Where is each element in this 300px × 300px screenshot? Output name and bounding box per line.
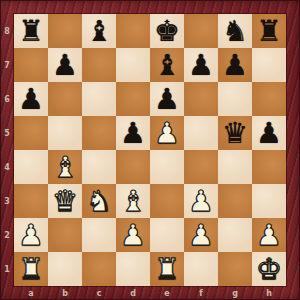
- file-label-f: f: [184, 286, 218, 300]
- piece-white-rook[interactable]: ♜: [154, 252, 180, 286]
- square-c1[interactable]: [82, 252, 116, 286]
- square-d6[interactable]: [116, 82, 150, 116]
- rank-label-3: 3: [0, 184, 14, 218]
- square-g3[interactable]: [218, 184, 252, 218]
- square-h2[interactable]: ♟: [252, 218, 286, 252]
- square-b6[interactable]: [48, 82, 82, 116]
- square-h7[interactable]: [252, 48, 286, 82]
- rank-label-1: 1: [0, 252, 14, 286]
- square-h1[interactable]: ♚: [252, 252, 286, 286]
- square-a3[interactable]: [14, 184, 48, 218]
- square-b7[interactable]: ♟: [48, 48, 82, 82]
- rank-label-8: 8: [0, 14, 14, 48]
- file-label-g: g: [218, 286, 252, 300]
- square-g7[interactable]: ♟: [218, 48, 252, 82]
- square-c5[interactable]: [82, 116, 116, 150]
- file-label-b: b: [48, 286, 82, 300]
- square-b5[interactable]: [48, 116, 82, 150]
- square-f4[interactable]: [184, 150, 218, 184]
- file-label-d: d: [116, 286, 150, 300]
- piece-black-pawn[interactable]: ♟: [18, 82, 44, 116]
- piece-white-king[interactable]: ♚: [256, 252, 282, 286]
- square-f5[interactable]: [184, 116, 218, 150]
- piece-black-pawn[interactable]: ♟: [52, 48, 78, 82]
- square-h6[interactable]: [252, 82, 286, 116]
- piece-white-pawn[interactable]: ♟: [188, 218, 214, 252]
- piece-white-queen[interactable]: ♛: [52, 184, 78, 218]
- piece-white-bishop[interactable]: ♝: [120, 184, 146, 218]
- piece-white-pawn[interactable]: ♟: [120, 218, 146, 252]
- square-g4[interactable]: [218, 150, 252, 184]
- rank-label-5: 5: [0, 116, 14, 150]
- square-g8[interactable]: ♞: [218, 14, 252, 48]
- square-a6[interactable]: ♟: [14, 82, 48, 116]
- piece-black-rook[interactable]: ♜: [256, 14, 282, 48]
- square-g6[interactable]: [218, 82, 252, 116]
- square-b3[interactable]: ♛: [48, 184, 82, 218]
- square-d5[interactable]: ♟: [116, 116, 150, 150]
- piece-black-queen[interactable]: ♛: [222, 116, 248, 150]
- square-b1[interactable]: [48, 252, 82, 286]
- chess-board: ♜♝♚♞♜♟♝♟♟♟♟♟♟♛♟♝♛♞♝♟♟♟♟♟♜♜♚: [14, 14, 286, 286]
- square-e6[interactable]: ♟: [150, 82, 184, 116]
- rank-label-2: 2: [0, 218, 14, 252]
- square-f3[interactable]: ♟: [184, 184, 218, 218]
- file-label-e: e: [150, 286, 184, 300]
- square-d3[interactable]: ♝: [116, 184, 150, 218]
- piece-white-pawn[interactable]: ♟: [154, 116, 180, 150]
- square-c6[interactable]: [82, 82, 116, 116]
- piece-black-bishop[interactable]: ♝: [154, 48, 180, 82]
- square-e4[interactable]: [150, 150, 184, 184]
- piece-black-rook[interactable]: ♜: [18, 14, 44, 48]
- piece-black-knight[interactable]: ♞: [222, 14, 248, 48]
- file-label-h: h: [252, 286, 286, 300]
- piece-white-pawn[interactable]: ♟: [256, 218, 282, 252]
- square-c8[interactable]: ♝: [82, 14, 116, 48]
- square-a2[interactable]: ♟: [14, 218, 48, 252]
- chess-board-frame: 87654321 ♜♝♚♞♜♟♝♟♟♟♟♟♟♛♟♝♛♞♝♟♟♟♟♟♜♜♚ abc…: [0, 0, 300, 300]
- square-f2[interactable]: ♟: [184, 218, 218, 252]
- piece-white-rook[interactable]: ♜: [18, 252, 44, 286]
- square-h5[interactable]: ♟: [252, 116, 286, 150]
- piece-black-pawn[interactable]: ♟: [120, 116, 146, 150]
- square-a1[interactable]: ♜: [14, 252, 48, 286]
- square-e2[interactable]: [150, 218, 184, 252]
- rank-labels: 87654321: [0, 14, 14, 286]
- square-f6[interactable]: [184, 82, 218, 116]
- square-e8[interactable]: ♚: [150, 14, 184, 48]
- file-label-c: c: [82, 286, 116, 300]
- square-h4[interactable]: [252, 150, 286, 184]
- piece-black-bishop[interactable]: ♝: [86, 14, 112, 48]
- piece-white-pawn[interactable]: ♟: [18, 218, 44, 252]
- square-b8[interactable]: [48, 14, 82, 48]
- square-f7[interactable]: ♟: [184, 48, 218, 82]
- piece-black-pawn[interactable]: ♟: [188, 48, 214, 82]
- rank-label-6: 6: [0, 82, 14, 116]
- piece-black-pawn[interactable]: ♟: [222, 48, 248, 82]
- square-a5[interactable]: [14, 116, 48, 150]
- square-b4[interactable]: ♝: [48, 150, 82, 184]
- piece-black-pawn[interactable]: ♟: [256, 116, 282, 150]
- square-a8[interactable]: ♜: [14, 14, 48, 48]
- square-h3[interactable]: [252, 184, 286, 218]
- square-h8[interactable]: ♜: [252, 14, 286, 48]
- square-e3[interactable]: [150, 184, 184, 218]
- square-c7[interactable]: [82, 48, 116, 82]
- square-a4[interactable]: [14, 150, 48, 184]
- square-g1[interactable]: [218, 252, 252, 286]
- piece-white-knight[interactable]: ♞: [86, 184, 112, 218]
- square-f8[interactable]: [184, 14, 218, 48]
- square-d4[interactable]: [116, 150, 150, 184]
- square-c3[interactable]: ♞: [82, 184, 116, 218]
- square-g2[interactable]: [218, 218, 252, 252]
- square-b2[interactable]: [48, 218, 82, 252]
- square-e5[interactable]: ♟: [150, 116, 184, 150]
- square-d8[interactable]: [116, 14, 150, 48]
- square-a7[interactable]: [14, 48, 48, 82]
- file-label-a: a: [14, 286, 48, 300]
- square-g5[interactable]: ♛: [218, 116, 252, 150]
- piece-white-bishop[interactable]: ♝: [52, 150, 78, 184]
- piece-white-pawn[interactable]: ♟: [188, 184, 214, 218]
- rank-label-7: 7: [0, 48, 14, 82]
- square-d2[interactable]: ♟: [116, 218, 150, 252]
- square-e7[interactable]: ♝: [150, 48, 184, 82]
- file-labels: abcdefgh: [14, 286, 286, 300]
- square-d7[interactable]: [116, 48, 150, 82]
- square-d1[interactable]: [116, 252, 150, 286]
- rank-label-4: 4: [0, 150, 14, 184]
- piece-black-king[interactable]: ♚: [154, 14, 180, 48]
- square-c4[interactable]: [82, 150, 116, 184]
- piece-black-pawn[interactable]: ♟: [154, 82, 180, 116]
- square-f1[interactable]: [184, 252, 218, 286]
- square-c2[interactable]: [82, 218, 116, 252]
- square-e1[interactable]: ♜: [150, 252, 184, 286]
